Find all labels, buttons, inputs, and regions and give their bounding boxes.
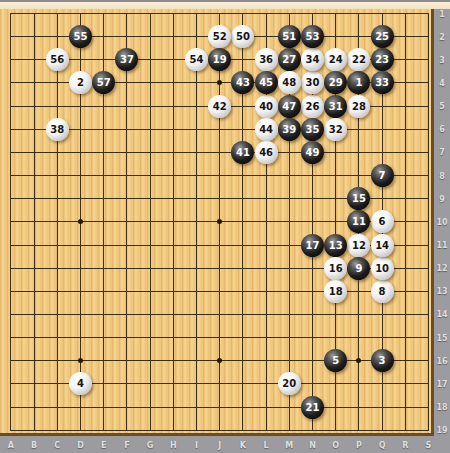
column-label-S: S [426,441,432,450]
stone-white-42[interactable]: 42 [208,95,231,118]
stone-move-number: 7 [379,164,386,187]
stone-move-number: 37 [120,48,134,71]
stone-move-number: 8 [379,280,386,303]
stone-black-21[interactable]: 21 [301,396,324,419]
grid-line-horizontal [10,152,429,153]
stone-black-43[interactable]: 43 [231,71,254,94]
stone-black-55[interactable]: 55 [69,25,92,48]
stone-white-10[interactable]: 10 [371,257,394,280]
stone-move-number: 17 [306,234,320,257]
stone-white-28[interactable]: 28 [347,95,370,118]
column-label-R: R [402,441,408,450]
column-label-E: E [101,441,106,450]
stone-white-34[interactable]: 34 [301,48,324,71]
stone-move-number: 34 [306,48,320,71]
stone-move-number: 15 [352,187,366,210]
stone-move-number: 29 [329,71,343,94]
stone-move-number: 38 [50,118,64,141]
stone-black-31[interactable]: 31 [324,95,347,118]
stone-move-number: 28 [352,95,366,118]
star-point [217,219,222,224]
stone-move-number: 30 [306,71,320,94]
stone-white-54[interactable]: 54 [185,48,208,71]
stone-move-number: 52 [213,25,227,48]
stone-white-2[interactable]: 2 [69,71,92,94]
stone-move-number: 42 [213,95,227,118]
stone-move-number: 3 [379,349,386,372]
row-label-6: 6 [434,125,450,134]
stone-black-25[interactable]: 25 [371,25,394,48]
row-label-19: 19 [434,426,450,435]
stone-white-26[interactable]: 26 [301,95,324,118]
stone-white-40[interactable]: 40 [255,95,278,118]
stone-black-47[interactable]: 47 [278,95,301,118]
stone-move-number: 5 [332,349,339,372]
stone-move-number: 49 [306,141,320,164]
stone-move-number: 11 [352,210,366,233]
stone-black-29[interactable]: 29 [324,71,347,94]
row-label-7: 7 [434,148,450,157]
row-label-8: 8 [434,171,450,180]
row-label-3: 3 [434,55,450,64]
grid-line-horizontal [10,129,429,130]
stone-move-number: 31 [329,95,343,118]
column-label-H: H [170,441,177,450]
stone-white-16[interactable]: 16 [324,257,347,280]
stone-move-number: 6 [379,210,386,233]
stone-move-number: 50 [236,25,250,48]
stone-black-5[interactable]: 5 [324,349,347,372]
column-label-M: M [285,441,293,450]
stone-black-17[interactable]: 17 [301,234,324,257]
stone-black-3[interactable]: 3 [371,349,394,372]
column-label-I: I [195,441,198,450]
column-label-D: D [77,441,84,450]
stone-move-number: 22 [352,48,366,71]
row-label-15: 15 [434,333,450,342]
stone-white-44[interactable]: 44 [255,118,278,141]
stone-move-number: 44 [259,118,273,141]
stone-move-number: 19 [213,48,227,71]
stone-move-number: 26 [306,95,320,118]
stone-white-36[interactable]: 36 [255,48,278,71]
stone-move-number: 2 [77,71,84,94]
column-label-A: A [8,441,14,450]
stone-white-24[interactable]: 24 [324,48,347,71]
stone-white-8[interactable]: 8 [371,280,394,303]
stone-white-30[interactable]: 30 [301,71,324,94]
stone-black-45[interactable]: 45 [255,71,278,94]
stone-black-37[interactable]: 37 [115,48,138,71]
stone-white-32[interactable]: 32 [324,118,347,141]
stone-move-number: 12 [352,234,366,257]
stone-move-number: 23 [375,48,389,71]
star-point [217,80,222,85]
stone-move-number: 21 [306,396,320,419]
stone-move-number: 45 [259,71,273,94]
stone-move-number: 20 [282,372,296,395]
stone-move-number: 39 [282,118,296,141]
stone-white-20[interactable]: 20 [278,372,301,395]
stone-white-12[interactable]: 12 [347,234,370,257]
stone-move-number: 27 [282,48,296,71]
stone-move-number: 14 [375,234,389,257]
stone-white-50[interactable]: 50 [231,25,254,48]
row-label-9: 9 [434,194,450,203]
stone-move-number: 1 [355,71,362,94]
stone-black-7[interactable]: 7 [371,164,394,187]
column-label-N: N [309,441,316,450]
stone-move-number: 40 [259,95,273,118]
row-label-5: 5 [434,102,450,111]
stone-black-49[interactable]: 49 [301,141,324,164]
stone-white-56[interactable]: 56 [46,48,69,71]
column-label-K: K [240,441,246,450]
column-label-G: G [147,441,154,450]
stone-black-39[interactable]: 39 [278,118,301,141]
stone-white-48[interactable]: 48 [278,71,301,94]
stone-move-number: 10 [375,257,389,280]
stone-white-6[interactable]: 6 [371,210,394,233]
row-label-18: 18 [434,403,450,412]
stone-move-number: 18 [329,280,343,303]
stone-black-27[interactable]: 27 [278,48,301,71]
grid-line-horizontal [10,291,429,292]
stone-move-number: 43 [236,71,250,94]
stone-move-number: 36 [259,48,273,71]
stone-move-number: 24 [329,48,343,71]
star-point [356,358,361,363]
stone-black-15[interactable]: 15 [347,187,370,210]
stone-black-1[interactable]: 1 [347,71,370,94]
grid-line-horizontal [10,314,429,315]
stone-white-4[interactable]: 4 [69,372,92,395]
stone-move-number: 13 [329,234,343,257]
stone-black-35[interactable]: 35 [301,118,324,141]
star-point [217,358,222,363]
grid-line-horizontal [10,430,429,431]
row-label-12: 12 [434,264,450,273]
grid-line-horizontal [10,337,429,338]
stone-white-14[interactable]: 14 [371,234,394,257]
column-label-L: L [264,441,269,450]
stone-move-number: 4 [77,372,84,395]
stone-move-number: 41 [236,141,250,164]
row-label-4: 4 [434,78,450,87]
stone-black-23[interactable]: 23 [371,48,394,71]
column-label-C: C [54,441,60,450]
column-label-F: F [124,441,129,450]
stone-move-number: 53 [306,25,320,48]
go-board[interactable]: 1234567891011121314151617181920212223242… [0,9,434,436]
stone-black-9[interactable]: 9 [347,257,370,280]
stone-black-13[interactable]: 13 [324,234,347,257]
stone-move-number: 46 [259,141,273,164]
column-label-J: J [218,441,221,450]
stone-black-33[interactable]: 33 [371,71,394,94]
stone-black-19[interactable]: 19 [208,48,231,71]
stone-move-number: 47 [282,95,296,118]
star-point [78,219,83,224]
stone-move-number: 16 [329,257,343,280]
row-label-16: 16 [434,356,450,365]
star-point [78,358,83,363]
row-label-1: 1 [434,9,450,18]
column-label-P: P [356,441,362,450]
stone-white-52[interactable]: 52 [208,25,231,48]
row-label-11: 11 [434,241,450,250]
stone-move-number: 33 [375,71,389,94]
stone-white-22[interactable]: 22 [347,48,370,71]
stone-move-number: 51 [282,25,296,48]
stone-move-number: 35 [306,118,320,141]
stone-move-number: 25 [375,25,389,48]
stone-move-number: 56 [50,48,64,71]
stone-white-18[interactable]: 18 [324,280,347,303]
row-label-2: 2 [434,32,450,41]
grid-line-horizontal [10,13,429,14]
board-top-bevel [0,2,450,9]
column-label-Q: Q [379,441,386,450]
stone-move-number: 32 [329,118,343,141]
stone-black-51[interactable]: 51 [278,25,301,48]
row-label-13: 13 [434,287,450,296]
stone-black-11[interactable]: 11 [347,210,370,233]
go-board-diagram: 1234567891011121314151617181920212223242… [0,0,450,453]
stone-white-38[interactable]: 38 [46,118,69,141]
row-label-17: 17 [434,379,450,388]
row-label-10: 10 [434,217,450,226]
stone-black-53[interactable]: 53 [301,25,324,48]
stone-move-number: 57 [97,71,111,94]
stone-black-57[interactable]: 57 [92,71,115,94]
stone-move-number: 54 [190,48,204,71]
row-label-14: 14 [434,310,450,319]
grid-line-horizontal [10,175,429,176]
stone-move-number: 48 [282,71,296,94]
stone-move-number: 55 [74,25,88,48]
stone-white-46[interactable]: 46 [255,141,278,164]
stone-black-41[interactable]: 41 [231,141,254,164]
grid-line-horizontal [10,407,429,408]
stone-move-number: 9 [355,257,362,280]
column-label-O: O [332,441,339,450]
column-label-B: B [31,441,37,450]
